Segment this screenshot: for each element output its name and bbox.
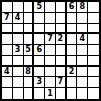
sudoku-cell-empty[interactable] [67,45,78,56]
sudoku-cell-empty[interactable] [77,77,88,88]
sudoku-cell-empty[interactable] [88,77,99,88]
sudoku-cell-empty[interactable] [67,77,78,88]
sudoku-cell-empty[interactable] [13,88,24,99]
sudoku-cell-empty[interactable] [45,77,56,88]
sudoku-cell-empty[interactable] [13,2,24,13]
sudoku-cell-empty[interactable] [2,34,13,45]
sudoku-cell-empty[interactable] [34,56,45,67]
sudoku-cell-given[interactable]: 4 [77,34,88,45]
sudoku-cell-empty[interactable] [56,2,67,13]
sudoku-cell-empty[interactable] [24,88,35,99]
sudoku-cell-given[interactable]: 8 [24,67,35,78]
sudoku-cell-empty[interactable] [13,56,24,67]
sudoku-cell-empty[interactable] [24,13,35,24]
sudoku-cell-empty[interactable] [2,56,13,67]
sudoku-cell-empty[interactable] [45,24,56,35]
sudoku-cell-empty[interactable] [88,45,99,56]
sudoku-cell-empty[interactable] [34,13,45,24]
sudoku-cell-empty[interactable] [13,24,24,35]
sudoku-cell-empty[interactable] [34,24,45,35]
sudoku-cell-empty[interactable] [77,88,88,99]
sudoku-cell-empty[interactable] [2,45,13,56]
sudoku-cell-empty[interactable] [77,45,88,56]
sudoku-cell-empty[interactable] [77,67,88,78]
sudoku-cell-empty[interactable] [67,13,78,24]
sudoku-grid: 56874724356482371 [0,0,101,101]
sudoku-cell-given[interactable]: 4 [13,13,24,24]
sudoku-cell-given[interactable]: 7 [45,34,56,45]
sudoku-cell-given[interactable]: 4 [2,67,13,78]
sudoku-cell-given[interactable]: 5 [24,45,35,56]
sudoku-cell-empty[interactable] [67,88,78,99]
sudoku-cell-empty[interactable] [24,77,35,88]
sudoku-cell-empty[interactable] [67,56,78,67]
sudoku-cell-empty[interactable] [67,24,78,35]
sudoku-cell-empty[interactable] [24,2,35,13]
sudoku-board-container: 56874724356482371 [0,0,101,101]
sudoku-cell-empty[interactable] [88,13,99,24]
sudoku-cell-empty[interactable] [2,24,13,35]
sudoku-cell-empty[interactable] [88,88,99,99]
sudoku-cell-given[interactable]: 3 [34,77,45,88]
sudoku-cell-empty[interactable] [88,67,99,78]
sudoku-cell-given[interactable]: 2 [67,67,78,78]
sudoku-cell-empty[interactable] [24,34,35,45]
sudoku-cell-empty[interactable] [45,13,56,24]
sudoku-cell-empty[interactable] [24,56,35,67]
sudoku-cell-empty[interactable] [56,13,67,24]
sudoku-cell-empty[interactable] [77,24,88,35]
sudoku-cell-given[interactable]: 5 [34,2,45,13]
sudoku-cell-empty[interactable] [56,24,67,35]
sudoku-cell-empty[interactable] [34,67,45,78]
sudoku-cell-given[interactable]: 8 [77,2,88,13]
sudoku-cell-empty[interactable] [2,2,13,13]
sudoku-cell-empty[interactable] [88,56,99,67]
sudoku-cell-empty[interactable] [56,56,67,67]
sudoku-cell-empty[interactable] [24,24,35,35]
sudoku-cell-given[interactable]: 7 [2,13,13,24]
sudoku-cell-empty[interactable] [88,34,99,45]
sudoku-cell-empty[interactable] [56,88,67,99]
sudoku-cell-empty[interactable] [13,67,24,78]
sudoku-cell-empty[interactable] [88,2,99,13]
sudoku-cell-given[interactable]: 6 [67,2,78,13]
sudoku-cell-given[interactable]: 7 [56,77,67,88]
sudoku-cell-empty[interactable] [45,67,56,78]
sudoku-cell-empty[interactable] [45,2,56,13]
sudoku-cell-given[interactable]: 3 [13,45,24,56]
sudoku-cell-empty[interactable] [34,34,45,45]
sudoku-cell-given[interactable]: 1 [45,88,56,99]
sudoku-cell-given[interactable]: 2 [56,34,67,45]
sudoku-cell-empty[interactable] [13,34,24,45]
sudoku-cell-empty[interactable] [77,13,88,24]
sudoku-cell-empty[interactable] [34,88,45,99]
sudoku-cell-empty[interactable] [88,24,99,35]
sudoku-cell-empty[interactable] [45,56,56,67]
sudoku-cell-empty[interactable] [13,77,24,88]
sudoku-cell-empty[interactable] [56,45,67,56]
sudoku-cell-empty[interactable] [77,56,88,67]
sudoku-cell-empty[interactable] [2,88,13,99]
sudoku-cell-given[interactable]: 6 [34,45,45,56]
sudoku-cell-empty[interactable] [67,34,78,45]
sudoku-cell-empty[interactable] [45,45,56,56]
sudoku-cell-empty[interactable] [56,67,67,78]
sudoku-cell-empty[interactable] [2,77,13,88]
